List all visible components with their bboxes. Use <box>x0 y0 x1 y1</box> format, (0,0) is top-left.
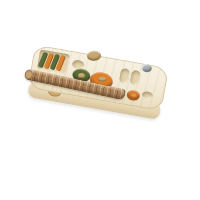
orange-disc-center-spot <box>131 93 136 97</box>
wood-roller-end-cap <box>24 69 34 79</box>
orange-disc-wood-knob <box>98 77 106 82</box>
green-disc-wood-knob <box>78 73 85 78</box>
product-photo-stage <box>0 0 200 200</box>
puzzle-board <box>22 40 173 141</box>
